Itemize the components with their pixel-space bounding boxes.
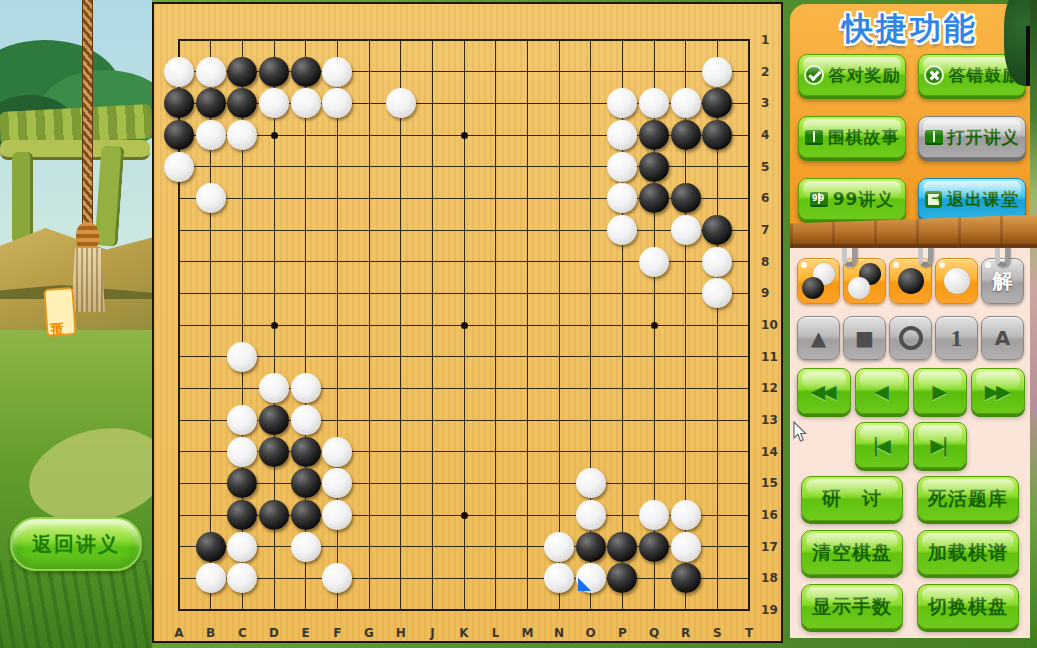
stone-white [576, 500, 606, 530]
stone-white [196, 57, 226, 87]
last-move-button[interactable]: ▶| [913, 422, 967, 468]
stone-black [576, 532, 606, 562]
exit-class-button[interactable]: 退出课堂 [918, 178, 1026, 220]
column-label: J [430, 626, 434, 640]
stone-black [291, 500, 321, 530]
black-stone-icon [802, 277, 824, 299]
row-label: 1 [761, 33, 785, 47]
right-edge-scenery [1030, 0, 1037, 648]
rewind-button[interactable]: ◀◀ [797, 368, 851, 414]
rope-tassel-fringe[interactable] [71, 248, 105, 312]
step-forward-button[interactable]: ▶ [913, 368, 967, 414]
notepad-panel: 解 ▲■1A ◀◀◀▶▶▶ |◀▶| 研 讨死活题库清空棋盘加载棋谱显示手数切换… [790, 232, 1030, 638]
column-label: G [364, 626, 374, 640]
grid-line [559, 40, 560, 610]
stone-black [196, 88, 226, 118]
step-back-button[interactable]: ◀ [855, 368, 909, 414]
column-label: N [554, 626, 564, 640]
star-point [461, 132, 468, 139]
hanging-rope[interactable] [82, 0, 93, 232]
stone-white [196, 183, 226, 213]
go-board[interactable]: ABCDEFGHJKLMNOPQRST123456789101112131415… [152, 2, 783, 643]
background-scenery: 下拉 返回讲义 [0, 0, 152, 648]
stone-white [164, 152, 194, 182]
column-label: Q [649, 626, 659, 640]
white-stone-button[interactable] [935, 258, 978, 304]
column-label: B [206, 626, 215, 640]
stone-black [291, 468, 321, 498]
stone-white [671, 500, 701, 530]
column-label: H [396, 626, 406, 640]
column-label: K [459, 626, 468, 640]
column-label: D [269, 626, 279, 640]
stone-white [576, 468, 606, 498]
go-story-button[interactable]: 围棋故事 [798, 116, 906, 158]
stone-black [259, 57, 289, 87]
stone-black [639, 152, 669, 182]
column-label: O [586, 626, 596, 640]
button-label: 打开讲义 [948, 126, 1020, 149]
quick-buttons-grid: 答对奖励答错鼓励围棋故事打开讲义9999讲义退出课堂 [798, 54, 1022, 220]
row-label: 4 [761, 128, 785, 142]
stone-black [607, 532, 637, 562]
column-label: A [174, 626, 183, 640]
return-to-handout-button[interactable]: 返回讲义 [10, 517, 142, 571]
row-label: 13 [761, 413, 785, 427]
mark-number-button[interactable]: 1 [935, 316, 978, 360]
stone-white [227, 342, 257, 372]
stone-mode-row: 解 [797, 258, 1024, 304]
row-label: 19 [761, 603, 785, 617]
check-circle-icon [804, 65, 824, 85]
row-label: 2 [761, 65, 785, 79]
star-point [461, 512, 468, 519]
stone-white [671, 215, 701, 245]
column-label: F [333, 626, 341, 640]
navigation-row: ◀◀◀▶▶▶ [797, 368, 1025, 414]
stone-white [291, 405, 321, 435]
grid-line [527, 40, 528, 610]
stone-white [291, 373, 321, 403]
bamboo-pavilion-post [12, 152, 33, 244]
handout-99-button[interactable]: 9999讲义 [798, 178, 906, 220]
mouse-cursor [793, 421, 808, 447]
stone-black [291, 57, 321, 87]
exit-icon [925, 191, 942, 208]
star-point [461, 322, 468, 329]
pull-down-tag[interactable]: 下拉 [43, 287, 76, 337]
grid-line [179, 578, 749, 579]
stone-white [196, 563, 226, 593]
clear-board-button[interactable]: 清空棋盘 [801, 530, 903, 575]
glyph: ■ [855, 326, 874, 350]
row-label: 16 [761, 508, 785, 522]
white-stone-icon [848, 277, 870, 299]
stone-black [671, 563, 701, 593]
stone-white [196, 120, 226, 150]
row-label: 7 [761, 223, 785, 237]
book-99-icon: 99 [810, 192, 828, 207]
mark-triangle-button[interactable]: ▲ [797, 316, 840, 360]
row-label: 14 [761, 445, 785, 459]
stone-black [639, 532, 669, 562]
star-point [271, 322, 278, 329]
black-stone-icon [898, 268, 924, 294]
switch-board-button[interactable]: 切换棋盘 [917, 584, 1019, 629]
icon-badge: 99 [810, 194, 828, 203]
stone-white [227, 437, 257, 467]
column-label: L [492, 626, 500, 640]
stone-black [259, 500, 289, 530]
row-label: 3 [761, 96, 785, 110]
stone-black [639, 120, 669, 150]
bottom-buttons-grid: 研 讨死活题库清空棋盘加载棋谱显示手数切换棋盘 [801, 476, 1019, 629]
button-label: 99讲义 [833, 188, 895, 211]
stone-black [164, 120, 194, 150]
stone-black [227, 57, 257, 87]
mark-letter-button[interactable]: A [981, 316, 1024, 360]
row-label: 15 [761, 476, 785, 490]
book-icon [805, 130, 823, 145]
stone-black [671, 183, 701, 213]
open-book-icon [925, 130, 943, 145]
button-label: 围棋故事 [828, 126, 900, 149]
load-kifu-button[interactable]: 加载棋谱 [917, 530, 1019, 575]
row-label: 12 [761, 381, 785, 395]
row-label: 6 [761, 191, 785, 205]
column-label: C [238, 626, 247, 640]
star-point [271, 132, 278, 139]
stone-white [291, 532, 321, 562]
row-label: 8 [761, 255, 785, 269]
open-handout-button[interactable]: 打开讲义 [918, 116, 1026, 158]
mark-square-button[interactable]: ■ [843, 316, 886, 360]
grid-line [179, 356, 749, 357]
last-move-marker [578, 577, 592, 591]
jump-row: |◀▶| [855, 422, 967, 468]
grid-line [495, 40, 496, 610]
stone-white [322, 437, 352, 467]
app-window: 下拉 返回讲义 ABCDEFGHJKLMNOPQRST1234567891011… [0, 0, 1037, 648]
circle-glyph [899, 326, 923, 350]
stone-white [291, 88, 321, 118]
white-stone-icon [944, 268, 970, 294]
row-label: 18 [761, 571, 785, 585]
row-label: 9 [761, 286, 785, 300]
stone-white [576, 563, 606, 593]
column-label: R [681, 626, 690, 640]
stone-white [671, 532, 701, 562]
stone-black [196, 532, 226, 562]
row-label: 10 [761, 318, 785, 332]
stone-black [259, 405, 289, 435]
row-label: 17 [761, 540, 785, 554]
row-label: 5 [761, 160, 785, 174]
star-point [651, 322, 658, 329]
mark-tools-row: ▲■1A [797, 316, 1024, 360]
life-death-library-button[interactable]: 死活题库 [917, 476, 1019, 521]
reward-correct-button[interactable]: 答对奖励 [798, 54, 906, 96]
grass-tufts [0, 560, 152, 648]
button-label: 退出课堂 [947, 188, 1019, 211]
stone-white [607, 152, 637, 182]
button-label: 答对奖励 [829, 64, 901, 87]
stone-white [702, 247, 732, 277]
glyph: A [995, 326, 1010, 350]
stone-black [259, 437, 289, 467]
stone-black [291, 437, 321, 467]
rope-tassel-collar[interactable] [76, 222, 99, 252]
first-move-button[interactable]: |◀ [855, 422, 909, 468]
stone-white [544, 532, 574, 562]
stone-white [639, 500, 669, 530]
column-label: S [713, 626, 722, 640]
alternate-black-first-button[interactable] [797, 258, 840, 304]
research-button[interactable]: 研 讨 [801, 476, 903, 521]
x-circle-icon [924, 65, 944, 85]
stone-white [671, 88, 701, 118]
glyph: ▲ [811, 326, 826, 350]
show-move-numbers-button[interactable]: 显示手数 [801, 584, 903, 629]
stone-black [671, 120, 701, 150]
fast-forward-button[interactable]: ▶▶ [971, 368, 1025, 414]
column-label: P [618, 626, 627, 640]
column-label: T [745, 626, 753, 640]
stone-white [322, 57, 352, 87]
grid-line [179, 483, 749, 484]
mark-circle-button[interactable] [889, 316, 932, 360]
stone-white [639, 247, 669, 277]
stone-white [164, 57, 194, 87]
stone-white [702, 57, 732, 87]
panel-title: 快捷功能 [790, 8, 1030, 50]
stone-white [227, 532, 257, 562]
column-label: M [521, 626, 533, 640]
column-label: E [302, 626, 310, 640]
row-label: 11 [761, 350, 785, 364]
stone-white [386, 88, 416, 118]
glyph: 1 [951, 325, 963, 352]
